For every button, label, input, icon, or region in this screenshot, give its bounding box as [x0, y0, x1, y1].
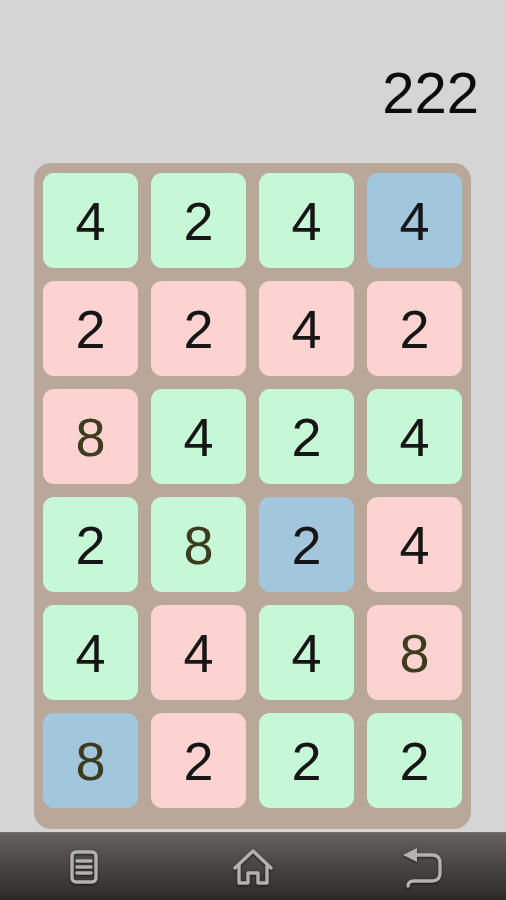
tile-r2c1: 2 — [43, 281, 138, 376]
tile-r5c3: 4 — [259, 605, 354, 700]
tile-r3c4: 4 — [367, 389, 462, 484]
menu-button[interactable] — [0, 833, 169, 900]
tile-r4c3: 2 — [259, 497, 354, 592]
tile-r6c3: 2 — [259, 713, 354, 808]
tile-r6c4: 2 — [367, 713, 462, 808]
menu-icon — [69, 849, 99, 885]
home-button[interactable] — [169, 833, 338, 900]
back-button[interactable] — [337, 833, 506, 900]
game-board[interactable]: 424422428424282444488222 — [34, 163, 471, 829]
tile-r1c4: 4 — [367, 173, 462, 268]
back-icon — [399, 846, 445, 888]
android-nav-bar — [0, 832, 506, 900]
app-screen: 222 424422428424282444488222 — [0, 0, 506, 900]
tile-r1c3: 4 — [259, 173, 354, 268]
tile-r3c2: 4 — [151, 389, 246, 484]
tile-r6c2: 2 — [151, 713, 246, 808]
tile-r2c2: 2 — [151, 281, 246, 376]
home-icon — [231, 847, 275, 887]
tile-r2c4: 2 — [367, 281, 462, 376]
tile-r4c4: 4 — [367, 497, 462, 592]
score: 222 — [382, 64, 479, 122]
tile-r1c2: 2 — [151, 173, 246, 268]
tile-r4c2: 8 — [151, 497, 246, 592]
tile-r2c3: 4 — [259, 281, 354, 376]
tile-r5c1: 4 — [43, 605, 138, 700]
tile-r5c4: 8 — [367, 605, 462, 700]
tile-r1c1: 4 — [43, 173, 138, 268]
tile-r5c2: 4 — [151, 605, 246, 700]
tile-r6c1: 8 — [43, 713, 138, 808]
tile-r3c1: 8 — [43, 389, 138, 484]
tile-r4c1: 2 — [43, 497, 138, 592]
tile-r3c3: 2 — [259, 389, 354, 484]
